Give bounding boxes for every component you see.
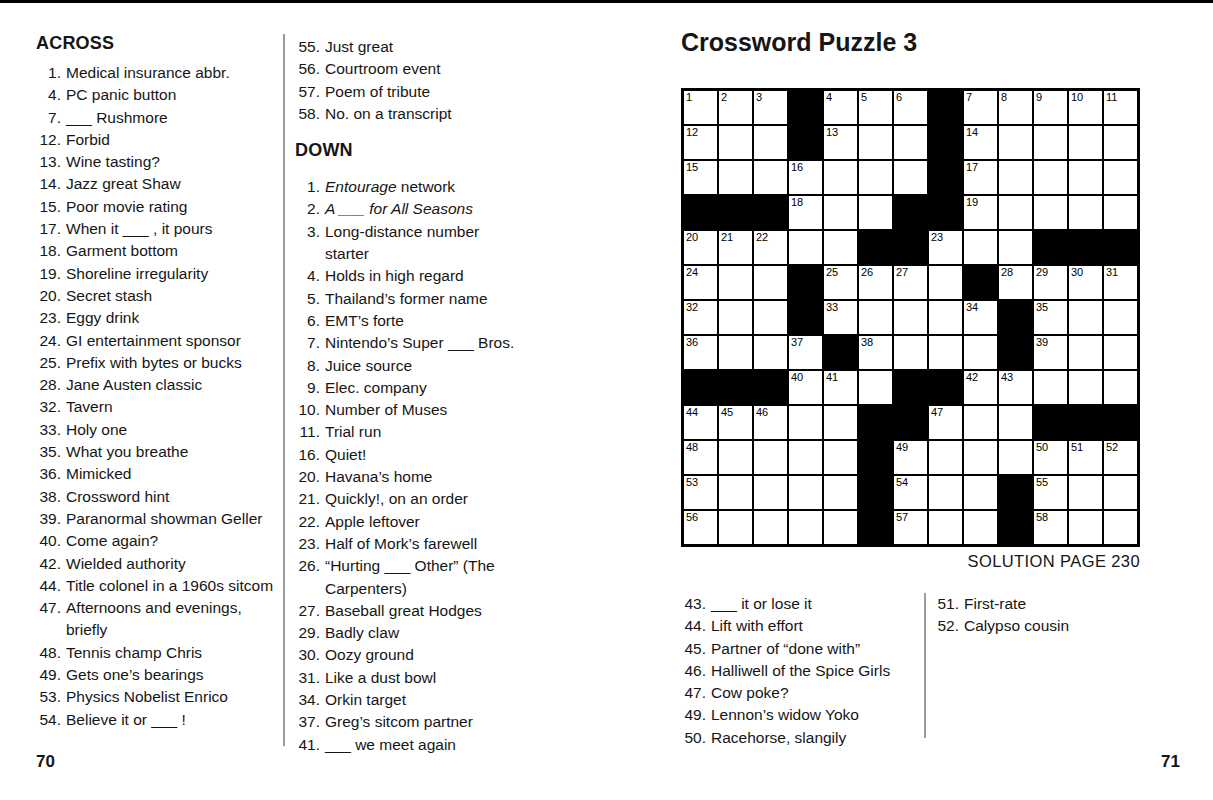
across-clue-47: 47.Afternoons and evenings, briefly	[36, 597, 286, 642]
grid-cell[interactable]	[964, 231, 997, 264]
clue-text: ___ it or lose it	[711, 593, 919, 615]
grid-cell[interactable]: 56	[684, 511, 717, 544]
clue-text: Quiet!	[325, 444, 520, 466]
down-clue-9: 9.Elec. company	[295, 377, 520, 399]
page-top-edge	[0, 0, 1213, 3]
down-clue-26: 26.“Hurting ___ Other” (The Carpenters)	[295, 555, 520, 600]
down-clue-10: 10.Number of Muses	[295, 399, 520, 421]
clue-text: First-rate	[964, 593, 1124, 615]
black-cell	[1104, 231, 1137, 264]
grid-cell[interactable]	[1104, 336, 1137, 369]
grid-cell[interactable]: 27	[894, 266, 927, 299]
grid-cell[interactable]: 55	[1034, 476, 1067, 509]
grid-cell[interactable]	[964, 511, 997, 544]
clue-text: Apple leftover	[325, 511, 520, 533]
across-clue-17: 17.When it ___ , it pours	[36, 218, 286, 240]
clue-text: ___ we meet again	[325, 734, 520, 756]
grid-cell[interactable]	[754, 336, 787, 369]
grid-cell[interactable]	[929, 476, 962, 509]
grid-cell[interactable]	[999, 441, 1032, 474]
grid-cell[interactable]	[719, 336, 752, 369]
grid-cell[interactable]: 44	[684, 406, 717, 439]
clue-number: 38.	[36, 486, 66, 508]
grid-cell[interactable]: 51	[1069, 441, 1102, 474]
clue-number: 28.	[36, 374, 66, 396]
black-cell	[754, 196, 787, 229]
down-clue-41: 41.___ we meet again	[295, 734, 520, 756]
grid-cell[interactable]	[824, 161, 857, 194]
grid-cell[interactable]	[894, 161, 927, 194]
grid-cell[interactable]	[1034, 126, 1067, 159]
grid-cell[interactable]: 19	[964, 196, 997, 229]
cell-number: 57	[896, 512, 908, 523]
cell-number: 8	[1001, 92, 1007, 103]
clue-number: 53.	[36, 686, 66, 708]
grid-cell[interactable]: 8	[999, 91, 1032, 124]
grid-cell[interactable]	[999, 231, 1032, 264]
down-clue-30: 30.Oozy ground	[295, 644, 520, 666]
clue-number: 17.	[36, 218, 66, 240]
cell-number: 7	[966, 92, 972, 103]
grid-cell[interactable]: 12	[684, 126, 717, 159]
grid-cell[interactable]	[754, 161, 787, 194]
cell-number: 32	[686, 302, 698, 313]
across-clue-33: 33.Holy one	[36, 419, 286, 441]
grid-cell[interactable]: 7	[964, 91, 997, 124]
grid-cell[interactable]	[1104, 371, 1137, 404]
grid-cell[interactable]	[859, 196, 892, 229]
grid-cell[interactable]: 24	[684, 266, 717, 299]
cell-number: 2	[721, 92, 727, 103]
column-divider-small	[924, 593, 926, 738]
cell-number: 26	[861, 267, 873, 278]
cell-number: 4	[826, 92, 832, 103]
across-clue-48: 48.Tennis champ Chris	[36, 642, 286, 664]
cell-number: 58	[1036, 512, 1048, 523]
grid-cell[interactable]: 48	[684, 441, 717, 474]
across-clue-55: 55.Just great	[295, 36, 520, 58]
black-cell	[859, 406, 892, 439]
grid-cell[interactable]	[859, 126, 892, 159]
grid-cell[interactable]	[1069, 371, 1102, 404]
grid-cell[interactable]	[719, 301, 752, 334]
across-clue-23: 23.Eggy drink	[36, 307, 286, 329]
across-clue-4: 4.PC panic button	[36, 84, 286, 106]
grid-cell[interactable]	[1069, 161, 1102, 194]
grid-cell[interactable]	[719, 476, 752, 509]
clue-text: Holy one	[66, 419, 286, 441]
down-clue-8: 8.Juice source	[295, 355, 520, 377]
black-cell	[789, 301, 822, 334]
grid-cell[interactable]	[1069, 126, 1102, 159]
clue-number: 18.	[36, 240, 66, 262]
grid-cell[interactable]	[929, 266, 962, 299]
grid-cell[interactable]: 11	[1104, 91, 1137, 124]
grid-cell[interactable]	[859, 161, 892, 194]
across-clue-28: 28.Jane Austen classic	[36, 374, 286, 396]
grid-cell[interactable]: 57	[894, 511, 927, 544]
grid-cell[interactable]	[999, 161, 1032, 194]
cell-number: 45	[721, 407, 733, 418]
clue-number: 24.	[36, 330, 66, 352]
grid-cell[interactable]	[1104, 161, 1137, 194]
clue-text: Crossword hint	[66, 486, 286, 508]
grid-cell[interactable]: 46	[754, 406, 787, 439]
grid-cell[interactable]: 3	[754, 91, 787, 124]
grid-cell[interactable]	[964, 336, 997, 369]
grid-cell[interactable]: 29	[1034, 266, 1067, 299]
grid-cell[interactable]	[1104, 476, 1137, 509]
grid-cell[interactable]	[789, 511, 822, 544]
grid-cell[interactable]	[1034, 196, 1067, 229]
grid-cell[interactable]: 39	[1034, 336, 1067, 369]
grid-cell[interactable]	[824, 231, 857, 264]
grid-cell[interactable]: 47	[929, 406, 962, 439]
grid-cell[interactable]: 31	[1104, 266, 1137, 299]
grid-cell[interactable]	[894, 301, 927, 334]
cell-number: 49	[896, 442, 908, 453]
clue-number: 11.	[295, 421, 325, 443]
grid-cell[interactable]: 17	[964, 161, 997, 194]
clue-number: 10.	[295, 399, 325, 421]
grid-cell[interactable]: 52	[1104, 441, 1137, 474]
grid-cell[interactable]: 38	[859, 336, 892, 369]
grid-cell[interactable]: 2	[719, 91, 752, 124]
across-clue-54: 54.Believe it or ___ !	[36, 709, 286, 731]
grid-cell[interactable]	[1069, 301, 1102, 334]
cell-number: 51	[1071, 442, 1083, 453]
down-clue-31: 31.Like a dust bowl	[295, 667, 520, 689]
grid-cell[interactable]: 41	[824, 371, 857, 404]
black-cell	[929, 161, 962, 194]
grid-cell[interactable]: 58	[1034, 511, 1067, 544]
black-cell	[999, 336, 1032, 369]
across-clue-24: 24.GI entertainment sponsor	[36, 330, 286, 352]
grid-cell[interactable]: 28	[999, 266, 1032, 299]
grid-cell[interactable]	[999, 126, 1032, 159]
down-clue-7: 7.Nintendo’s Super ___ Bros.	[295, 332, 520, 354]
clue-number: 41.	[295, 734, 325, 756]
clue-number: 2.	[295, 198, 325, 220]
down-continued-clue-list-2: 51.First-rate52.Calypso cousin	[934, 593, 1124, 749]
grid-cell[interactable]: 16	[789, 161, 822, 194]
grid-cell[interactable]: 42	[964, 371, 997, 404]
grid-cell[interactable]	[824, 196, 857, 229]
clue-text: Wine tasting?	[66, 151, 286, 173]
grid-cell[interactable]	[1104, 511, 1137, 544]
grid-cell[interactable]	[789, 441, 822, 474]
grid-cell[interactable]	[1034, 161, 1067, 194]
grid-cell[interactable]	[894, 126, 927, 159]
cell-number: 41	[826, 372, 838, 383]
clue-text: ___ Rushmore	[66, 107, 286, 129]
cell-number: 29	[1036, 267, 1048, 278]
grid-cell[interactable]: 5	[859, 91, 892, 124]
black-cell	[859, 441, 892, 474]
clue-text: Elec. company	[325, 377, 520, 399]
clue-text: Entourage network	[325, 176, 520, 198]
clue-number: 30.	[295, 644, 325, 666]
across-clue-15: 15.Poor movie rating	[36, 196, 286, 218]
grid-cell[interactable]	[719, 161, 752, 194]
cell-number: 56	[686, 512, 698, 523]
clue-number: 32.	[36, 396, 66, 418]
clue-number: 20.	[295, 466, 325, 488]
cell-number: 6	[896, 92, 902, 103]
cell-number: 33	[826, 302, 838, 313]
across-clue-56: 56.Courtroom event	[295, 58, 520, 80]
puzzle-title: Crossword Puzzle 3	[681, 27, 917, 57]
grid-cell[interactable]: 4	[824, 91, 857, 124]
clue-number: 4.	[36, 84, 66, 106]
across-clue-19: 19.Shoreline irregularity	[36, 263, 286, 285]
grid-cell[interactable]: 53	[684, 476, 717, 509]
clue-number: 57.	[295, 81, 325, 103]
cell-number: 42	[966, 372, 978, 383]
grid-cell[interactable]: 1	[684, 91, 717, 124]
clue-text: Thailand’s former name	[325, 288, 520, 310]
cell-number: 1	[686, 92, 692, 103]
clue-text: Believe it or ___ !	[66, 709, 286, 731]
grid-cell[interactable]	[1104, 301, 1137, 334]
down-clue-49: 49.Lennon’s widow Yoko	[681, 704, 919, 726]
grid-cell[interactable]	[1104, 126, 1137, 159]
grid-cell[interactable]	[859, 371, 892, 404]
grid-cell[interactable]	[1069, 476, 1102, 509]
clue-text: Like a dust bowl	[325, 667, 520, 689]
down-clue-23: 23.Half of Mork’s farewell	[295, 533, 520, 555]
cell-number: 5	[861, 92, 867, 103]
cell-number: 9	[1036, 92, 1042, 103]
clue-text: Gets one’s bearings	[66, 664, 286, 686]
clue-number: 58.	[295, 103, 325, 125]
grid-cell[interactable]: 26	[859, 266, 892, 299]
grid-cell[interactable]	[964, 476, 997, 509]
cell-number: 27	[896, 267, 908, 278]
down-clue-6: 6.EMT’s forte	[295, 310, 520, 332]
clue-text: Physics Nobelist Enrico	[66, 686, 286, 708]
cell-number: 20	[686, 232, 698, 243]
grid-cell[interactable]	[719, 511, 752, 544]
across-clue-36: 36.Mimicked	[36, 463, 286, 485]
cell-number: 23	[931, 232, 943, 243]
black-cell	[1034, 406, 1067, 439]
grid-cell[interactable]	[964, 406, 997, 439]
down-clue-46: 46.Halliwell of the Spice Girls	[681, 660, 919, 682]
down-clue-16: 16.Quiet!	[295, 444, 520, 466]
clue-text: Long-distance number starter	[325, 221, 520, 266]
clue-text: Partner of “done with”	[711, 638, 919, 660]
cell-number: 44	[686, 407, 698, 418]
grid-cell[interactable]: 37	[789, 336, 822, 369]
grid-cell[interactable]: 18	[789, 196, 822, 229]
grid-cell[interactable]: 13	[824, 126, 857, 159]
grid-cell[interactable]: 10	[1069, 91, 1102, 124]
clue-number: 48.	[36, 642, 66, 664]
down-clue-29: 29.Badly claw	[295, 622, 520, 644]
clue-text: Secret stash	[66, 285, 286, 307]
cell-number: 46	[756, 407, 768, 418]
grid-cell[interactable]	[754, 126, 787, 159]
grid-cell[interactable]	[1034, 371, 1067, 404]
cell-number: 16	[791, 162, 803, 173]
grid-cell[interactable]: 36	[684, 336, 717, 369]
grid-cell[interactable]	[1104, 196, 1137, 229]
across-clue-18: 18.Garment bottom	[36, 240, 286, 262]
grid-cell[interactable]: 50	[1034, 441, 1067, 474]
grid-cell[interactable]: 30	[1069, 266, 1102, 299]
grid-cell[interactable]	[1069, 511, 1102, 544]
clue-text: Oozy ground	[325, 644, 520, 666]
grid-cell[interactable]	[754, 301, 787, 334]
down-clue-51: 51.First-rate	[934, 593, 1124, 615]
grid-cell[interactable]	[824, 406, 857, 439]
grid-cell[interactable]	[754, 476, 787, 509]
down-clue-34: 34.Orkin target	[295, 689, 520, 711]
clue-number: 9.	[295, 377, 325, 399]
clue-number: 8.	[295, 355, 325, 377]
clue-number: 44.	[681, 615, 711, 637]
grid-cell[interactable]	[999, 406, 1032, 439]
grid-cell[interactable]	[789, 406, 822, 439]
down-clue-1: 1.Entourage network	[295, 176, 520, 198]
clue-text: Nintendo’s Super ___ Bros.	[325, 332, 520, 354]
black-cell	[894, 406, 927, 439]
black-cell	[999, 301, 1032, 334]
clue-text: Jazz great Shaw	[66, 173, 286, 195]
grid-cell[interactable]: 49	[894, 441, 927, 474]
grid-cell[interactable]: 6	[894, 91, 927, 124]
clue-number: 45.	[681, 638, 711, 660]
black-cell	[1034, 231, 1067, 264]
grid-cell[interactable]: 45	[719, 406, 752, 439]
grid-cell[interactable]: 22	[754, 231, 787, 264]
grid-cell[interactable]	[719, 441, 752, 474]
clue-number: 51.	[934, 593, 964, 615]
grid-cell[interactable]: 33	[824, 301, 857, 334]
clue-text: Cow poke?	[711, 682, 919, 704]
clue-number: 31.	[295, 667, 325, 689]
grid-cell[interactable]: 35	[1034, 301, 1067, 334]
clue-number: 4.	[295, 265, 325, 287]
grid-cell[interactable]: 20	[684, 231, 717, 264]
clue-number: 29.	[295, 622, 325, 644]
black-cell	[929, 126, 962, 159]
clue-text: Orkin target	[325, 689, 520, 711]
grid-cell[interactable]: 23	[929, 231, 962, 264]
grid-cell[interactable]	[754, 441, 787, 474]
grid-cell[interactable]	[789, 231, 822, 264]
grid-cell[interactable]	[999, 196, 1032, 229]
grid-cell[interactable]	[824, 511, 857, 544]
clue-text: Tavern	[66, 396, 286, 418]
down-clue-5: 5.Thailand’s former name	[295, 288, 520, 310]
cell-number: 25	[826, 267, 838, 278]
clue-text: Prefix with bytes or bucks	[66, 352, 286, 374]
grid-cell[interactable]	[929, 441, 962, 474]
clue-number: 52.	[934, 615, 964, 637]
clue-text: Poor movie rating	[66, 196, 286, 218]
across-clue-38: 38.Crossword hint	[36, 486, 286, 508]
clue-text: Poem of tribute	[325, 81, 520, 103]
grid-cell[interactable]	[719, 126, 752, 159]
grid-cell[interactable]: 54	[894, 476, 927, 509]
page-number-left: 70	[36, 752, 55, 772]
grid-cell[interactable]: 21	[719, 231, 752, 264]
black-cell	[719, 371, 752, 404]
clue-number: 16.	[295, 444, 325, 466]
cell-number: 14	[966, 127, 978, 138]
grid-cell[interactable]: 14	[964, 126, 997, 159]
grid-cell[interactable]: 32	[684, 301, 717, 334]
across-clue-39: 39.Paranormal showman Geller	[36, 508, 286, 530]
clue-number: 1.	[36, 62, 66, 84]
clue-text: Tennis champ Chris	[66, 642, 286, 664]
black-cell	[1104, 406, 1137, 439]
down-clue-47: 47.Cow poke?	[681, 682, 919, 704]
clue-text: Just great	[325, 36, 520, 58]
across-clue-1: 1.Medical insurance abbr.	[36, 62, 286, 84]
black-cell	[1069, 406, 1102, 439]
grid-cell[interactable]: 34	[964, 301, 997, 334]
clue-text: Racehorse, slangily	[711, 727, 919, 749]
grid-cell[interactable]	[824, 476, 857, 509]
grid-cell[interactable]	[1069, 196, 1102, 229]
grid-cell[interactable]: 43	[999, 371, 1032, 404]
across-clue-57: 57.Poem of tribute	[295, 81, 520, 103]
clue-text: Afternoons and evenings, briefly	[66, 597, 286, 642]
across-clue-40: 40.Come again?	[36, 530, 286, 552]
grid-cell[interactable]	[719, 266, 752, 299]
clue-number: 15.	[36, 196, 66, 218]
grid-cell[interactable]: 15	[684, 161, 717, 194]
grid-cell[interactable]: 40	[789, 371, 822, 404]
black-cell	[859, 476, 892, 509]
down-clue-11: 11.Trial run	[295, 421, 520, 443]
across-heading: ACROSS	[36, 32, 286, 54]
grid-cell[interactable]	[929, 511, 962, 544]
clue-number: 37.	[295, 711, 325, 733]
down-clue-21: 21.Quickly!, on an order	[295, 488, 520, 510]
cell-number: 40	[791, 372, 803, 383]
across-clue-7: 7.___ Rushmore	[36, 107, 286, 129]
clue-text: No. on a transcript	[325, 103, 520, 125]
cell-number: 35	[1036, 302, 1048, 313]
grid-cell[interactable]	[929, 301, 962, 334]
grid-cell[interactable]	[859, 301, 892, 334]
grid-cell[interactable]	[1069, 336, 1102, 369]
grid-cell[interactable]	[824, 441, 857, 474]
clue-number: 6.	[295, 310, 325, 332]
grid-cell[interactable]	[754, 511, 787, 544]
grid-cell[interactable]	[964, 441, 997, 474]
cell-number: 17	[966, 162, 978, 173]
grid-cell[interactable]	[789, 476, 822, 509]
grid-cell[interactable]	[894, 336, 927, 369]
grid-cell[interactable]	[754, 266, 787, 299]
black-cell	[719, 196, 752, 229]
cell-number: 43	[1001, 372, 1013, 383]
grid-cell[interactable]	[929, 336, 962, 369]
down-clue-50: 50.Racehorse, slangily	[681, 727, 919, 749]
grid-cell[interactable]: 25	[824, 266, 857, 299]
clue-text: Come again?	[66, 530, 286, 552]
black-cell	[684, 196, 717, 229]
cell-number: 21	[721, 232, 733, 243]
black-cell	[929, 196, 962, 229]
black-cell	[894, 371, 927, 404]
grid-cell[interactable]: 9	[1034, 91, 1067, 124]
